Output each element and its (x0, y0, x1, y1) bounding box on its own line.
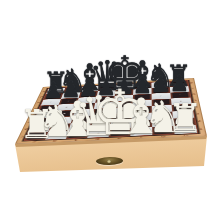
chess-set-photo: abcdefgh 87654321 87654321 ♜♞♝♛♚♝♞♜♟♟♟♟♟… (0, 0, 224, 224)
piece-white-rook-h1[interactable]: ♜ (167, 98, 203, 138)
pieces-layer: ♜♞♝♛♚♝♞♜♟♟♟♟♟♟♟♟♟♟♟♟♟♟♟♟♜♞♝♛♚♝♞♜ (0, 0, 224, 224)
